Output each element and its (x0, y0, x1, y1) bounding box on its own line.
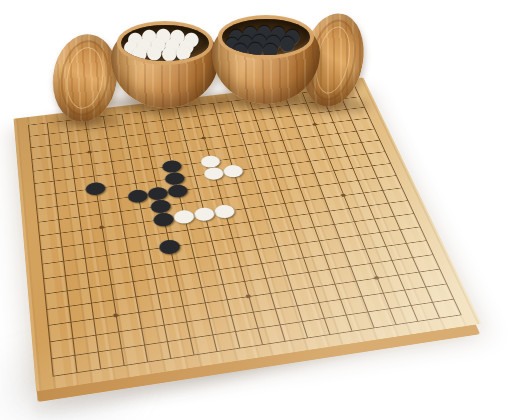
black-bowl-opening: ●●●●●●●●●●●●● (222, 19, 310, 55)
black-bowl-stone: ● (262, 40, 279, 55)
white-stone[interactable]: ● (220, 162, 245, 178)
star-point (113, 313, 119, 317)
white-bowl-opening: ●●●●●●●●●●●●●● (121, 25, 209, 61)
black-stone[interactable]: ● (156, 237, 182, 255)
go-set-scene: ●●●●●●●●●●●●●●● ●●●●●●●●●●●●●● ●●●●●●●●●… (0, 0, 510, 420)
star-point (245, 294, 251, 298)
star-point (99, 225, 104, 229)
star-point (87, 150, 92, 153)
board-grid[interactable]: ●●●●●●●●●●●●●●● (28, 86, 462, 376)
star-point (312, 123, 317, 126)
star-point (201, 136, 206, 139)
black-stone-bowl: ●●●●●●●●●●●●● (212, 16, 320, 104)
white-stone-bowl: ●●●●●●●●●●●●●● (111, 22, 219, 108)
white-stone[interactable]: ● (171, 207, 197, 224)
star-point (374, 276, 380, 280)
black-stone[interactable]: ● (83, 180, 107, 196)
black-stone[interactable]: ● (125, 187, 150, 204)
star-point (341, 194, 347, 197)
black-bowl-stone: ● (279, 33, 296, 52)
